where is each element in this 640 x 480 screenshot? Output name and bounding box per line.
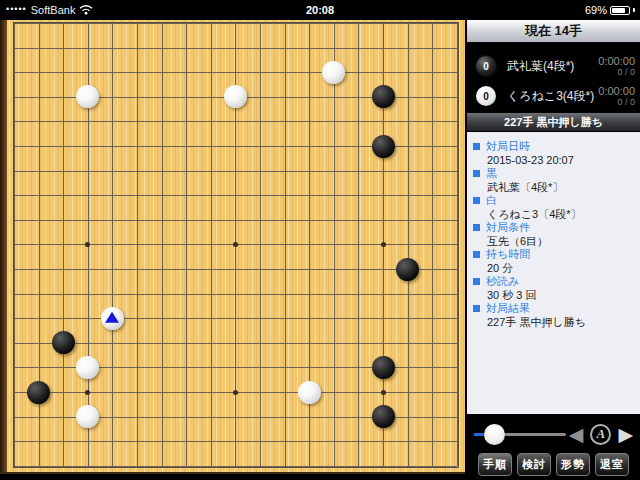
black-stone-Q14 <box>372 135 395 158</box>
blue-square-bullet-icon <box>473 251 480 258</box>
info-value: 227手 黒中押し勝ち <box>473 316 636 330</box>
app-screen: ••••• SoftBank 20:08 69% 現在 14手 0武礼葉(4段*… <box>0 0 640 480</box>
info-value: 20 分 <box>473 262 636 276</box>
black-capture-counter: 0 <box>476 56 496 76</box>
player-periods: 0 / 0 <box>598 97 635 107</box>
blue-square-bullet-icon <box>473 278 480 285</box>
leave-room-button[interactable]: 退室 <box>595 453 629 476</box>
player-clock: 0:00:000 / 0 <box>598 85 635 108</box>
previous-move-icon[interactable]: ◀ <box>569 425 584 444</box>
info-label: 黒 <box>473 167 636 181</box>
last-move-triangle-icon <box>105 312 119 323</box>
white-capture-counter: 0 <box>476 86 496 106</box>
battery-nub-icon <box>633 8 635 12</box>
black-stone-B4 <box>27 381 50 404</box>
move-nav: ◀ A ▶ <box>569 424 633 445</box>
black-stone-C6 <box>52 331 75 354</box>
info-value: 30 秒 3 回 <box>473 289 636 303</box>
player-time-main: 0:00:00 <box>598 55 635 68</box>
info-value: 2015-03-23 20:07 <box>473 154 636 168</box>
side-panel: 現在 14手 0武礼葉(4段*)0:00:000 / 00くろねこ3(4段*)0… <box>465 20 640 480</box>
black-stone-Q16 <box>372 85 395 108</box>
star-point <box>233 390 238 395</box>
review-button[interactable]: 検討 <box>517 453 551 476</box>
info-label-text: 黒 <box>486 167 497 181</box>
moves-button[interactable]: 手順 <box>478 453 512 476</box>
blue-square-bullet-icon <box>473 143 480 150</box>
player-list: 0武礼葉(4段*)0:00:000 / 00くろねこ3(4段*)0:00:000… <box>467 43 640 112</box>
move-slider[interactable] <box>474 424 566 445</box>
info-label: 対局日時 <box>473 140 636 154</box>
player-time-main: 0:00:00 <box>598 85 635 98</box>
star-point <box>381 242 386 247</box>
slider-thumb[interactable] <box>484 424 505 445</box>
current-move-header: 現在 14手 <box>467 20 640 43</box>
blue-square-bullet-icon <box>473 224 480 231</box>
info-label-text: 持ち時間 <box>486 248 530 262</box>
star-point <box>233 242 238 247</box>
player-name: くろねこ3(4段*) <box>507 88 598 105</box>
board-bottom-edge <box>0 472 465 474</box>
blue-square-bullet-icon <box>473 305 480 312</box>
black-stone-Q5 <box>372 356 395 379</box>
black-stone-R9 <box>396 258 419 281</box>
blue-square-bullet-icon <box>473 170 480 177</box>
info-label: 持ち時間 <box>473 248 636 262</box>
player-row: 0武礼葉(4段*)0:00:000 / 0 <box>476 51 635 81</box>
player-clock: 0:00:000 / 0 <box>598 55 635 78</box>
star-point <box>85 390 90 395</box>
battery-percent-label: 69% <box>585 4 607 16</box>
info-label: 秒読み <box>473 275 636 289</box>
info-label: 白 <box>473 194 636 208</box>
white-stone-N17 <box>322 61 345 84</box>
move-slider-row: ◀ A ▶ <box>467 414 640 450</box>
star-point <box>381 390 386 395</box>
info-value: くろねこ3〔4段*〕 <box>473 208 636 222</box>
board-left-edge <box>0 20 7 474</box>
game-info-list: 対局日時2015-03-23 20:07黒武礼葉〔4段*〕白くろねこ3〔4段*〕… <box>467 132 640 414</box>
playback-controls: ◀ A ▶ 手順検討形勢退室 <box>467 414 640 480</box>
result-header: 227手 黒中押し勝ち <box>467 112 640 132</box>
black-stone-Q3 <box>372 405 395 428</box>
info-label-text: 白 <box>486 194 497 208</box>
status-bar: ••••• SoftBank 20:08 69% <box>0 0 640 20</box>
info-label: 対局条件 <box>473 221 636 235</box>
battery-icon <box>610 6 630 15</box>
player-periods: 0 / 0 <box>598 67 635 77</box>
clock-label: 20:08 <box>0 0 640 20</box>
blue-square-bullet-icon <box>473 197 480 204</box>
info-value: 互先（6目） <box>473 235 636 249</box>
info-label-text: 対局日時 <box>486 140 530 154</box>
go-board[interactable] <box>0 20 465 474</box>
player-name: 武礼葉(4段*) <box>507 58 598 75</box>
info-label-text: 秒読み <box>486 275 519 289</box>
next-move-icon[interactable]: ▶ <box>618 425 633 444</box>
white-stone-N4 <box>298 381 321 404</box>
info-label-text: 対局結果 <box>486 302 530 316</box>
info-value: 武礼葉〔4段*〕 <box>473 181 636 195</box>
status-right: 69% <box>585 0 635 20</box>
player-row: 0くろねこ3(4段*)0:00:000 / 0 <box>476 81 635 111</box>
info-label: 対局結果 <box>473 302 636 316</box>
info-label-text: 対局条件 <box>486 221 530 235</box>
white-stone-E7 <box>101 307 124 330</box>
panel-button-row: 手順検討形勢退室 <box>467 450 640 476</box>
auto-play-icon[interactable]: A <box>590 424 611 445</box>
evaluation-button[interactable]: 形勢 <box>556 453 590 476</box>
